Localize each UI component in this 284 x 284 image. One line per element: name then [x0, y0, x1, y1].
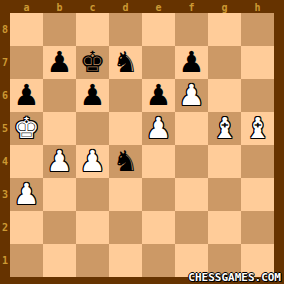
- square-f2[interactable]: [175, 211, 208, 244]
- square-d7[interactable]: ♞: [109, 46, 142, 79]
- square-a7[interactable]: [10, 46, 43, 79]
- rank-label-8: 8: [0, 13, 10, 46]
- square-h2[interactable]: [241, 211, 274, 244]
- piece-white-king[interactable]: ♚: [10, 112, 43, 145]
- file-label-f: f: [175, 0, 208, 13]
- square-e3[interactable]: [142, 178, 175, 211]
- square-b3[interactable]: [43, 178, 76, 211]
- square-e6[interactable]: ♟: [142, 79, 175, 112]
- piece-white-pawn[interactable]: ♟: [175, 79, 208, 112]
- piece-white-bishop[interactable]: ♝: [241, 112, 274, 145]
- watermark: CHESSGAMES.COM: [188, 271, 281, 284]
- rank-label-5: 5: [0, 112, 10, 145]
- square-c6[interactable]: ♟: [76, 79, 109, 112]
- piece-black-pawn[interactable]: ♟: [175, 46, 208, 79]
- square-a5[interactable]: ♚: [10, 112, 43, 145]
- square-d2[interactable]: [109, 211, 142, 244]
- rank-label-6: 6: [0, 79, 10, 112]
- piece-black-pawn[interactable]: ♟: [10, 79, 43, 112]
- file-label-a: a: [10, 0, 43, 13]
- square-h6[interactable]: [241, 79, 274, 112]
- square-e8[interactable]: [142, 13, 175, 46]
- piece-black-pawn[interactable]: ♟: [43, 46, 76, 79]
- square-d8[interactable]: [109, 13, 142, 46]
- square-h8[interactable]: [241, 13, 274, 46]
- square-f8[interactable]: [175, 13, 208, 46]
- square-g7[interactable]: [208, 46, 241, 79]
- square-a4[interactable]: [10, 145, 43, 178]
- square-c4[interactable]: ♟: [76, 145, 109, 178]
- square-b2[interactable]: [43, 211, 76, 244]
- piece-white-pawn[interactable]: ♟: [10, 178, 43, 211]
- square-e4[interactable]: [142, 145, 175, 178]
- square-e5[interactable]: ♟: [142, 112, 175, 145]
- square-h5[interactable]: ♝: [241, 112, 274, 145]
- piece-white-pawn[interactable]: ♟: [43, 145, 76, 178]
- square-b7[interactable]: ♟: [43, 46, 76, 79]
- square-e2[interactable]: [142, 211, 175, 244]
- square-b1[interactable]: [43, 244, 76, 277]
- square-d6[interactable]: [109, 79, 142, 112]
- square-g6[interactable]: [208, 79, 241, 112]
- file-label-c: c: [76, 0, 109, 13]
- piece-black-pawn[interactable]: ♟: [142, 79, 175, 112]
- square-b5[interactable]: [43, 112, 76, 145]
- square-d4[interactable]: ♞: [109, 145, 142, 178]
- file-label-e: e: [142, 0, 175, 13]
- square-c5[interactable]: [76, 112, 109, 145]
- piece-black-knight[interactable]: ♞: [109, 46, 142, 79]
- square-g4[interactable]: [208, 145, 241, 178]
- square-f4[interactable]: [175, 145, 208, 178]
- square-c7[interactable]: ♚: [76, 46, 109, 79]
- square-c1[interactable]: [76, 244, 109, 277]
- square-a2[interactable]: [10, 211, 43, 244]
- square-g3[interactable]: [208, 178, 241, 211]
- piece-black-knight[interactable]: ♞: [109, 145, 142, 178]
- square-c8[interactable]: [76, 13, 109, 46]
- rank-labels: 87654321: [0, 13, 10, 277]
- file-label-d: d: [109, 0, 142, 13]
- square-f3[interactable]: [175, 178, 208, 211]
- file-label-b: b: [43, 0, 76, 13]
- square-f5[interactable]: [175, 112, 208, 145]
- square-g2[interactable]: [208, 211, 241, 244]
- piece-black-pawn[interactable]: ♟: [76, 79, 109, 112]
- file-label-g: g: [208, 0, 241, 13]
- square-b8[interactable]: [43, 13, 76, 46]
- rank-label-4: 4: [0, 145, 10, 178]
- piece-white-pawn[interactable]: ♟: [142, 112, 175, 145]
- rank-label-2: 2: [0, 211, 10, 244]
- square-c2[interactable]: [76, 211, 109, 244]
- square-h4[interactable]: [241, 145, 274, 178]
- square-d5[interactable]: [109, 112, 142, 145]
- square-f6[interactable]: ♟: [175, 79, 208, 112]
- square-h7[interactable]: [241, 46, 274, 79]
- square-a6[interactable]: ♟: [10, 79, 43, 112]
- board-frame: abcdefgh 87654321 ♟♚♞♟♟♟♟♟♚♟♝♝♟♟♞♟ CHESS…: [0, 0, 284, 284]
- square-a1[interactable]: [10, 244, 43, 277]
- square-e1[interactable]: [142, 244, 175, 277]
- rank-label-7: 7: [0, 46, 10, 79]
- square-d1[interactable]: [109, 244, 142, 277]
- piece-white-bishop[interactable]: ♝: [208, 112, 241, 145]
- rank-label-1: 1: [0, 244, 10, 277]
- square-g5[interactable]: ♝: [208, 112, 241, 145]
- square-c3[interactable]: [76, 178, 109, 211]
- file-label-h: h: [241, 0, 274, 13]
- square-h3[interactable]: [241, 178, 274, 211]
- square-b6[interactable]: [43, 79, 76, 112]
- square-d3[interactable]: [109, 178, 142, 211]
- square-g8[interactable]: [208, 13, 241, 46]
- piece-white-pawn[interactable]: ♟: [76, 145, 109, 178]
- rank-label-3: 3: [0, 178, 10, 211]
- chess-board: ♟♚♞♟♟♟♟♟♚♟♝♝♟♟♞♟: [10, 13, 274, 277]
- square-f7[interactable]: ♟: [175, 46, 208, 79]
- square-a3[interactable]: ♟: [10, 178, 43, 211]
- square-b4[interactable]: ♟: [43, 145, 76, 178]
- file-labels: abcdefgh: [10, 0, 274, 13]
- square-a8[interactable]: [10, 13, 43, 46]
- piece-black-king[interactable]: ♚: [76, 46, 109, 79]
- square-e7[interactable]: [142, 46, 175, 79]
